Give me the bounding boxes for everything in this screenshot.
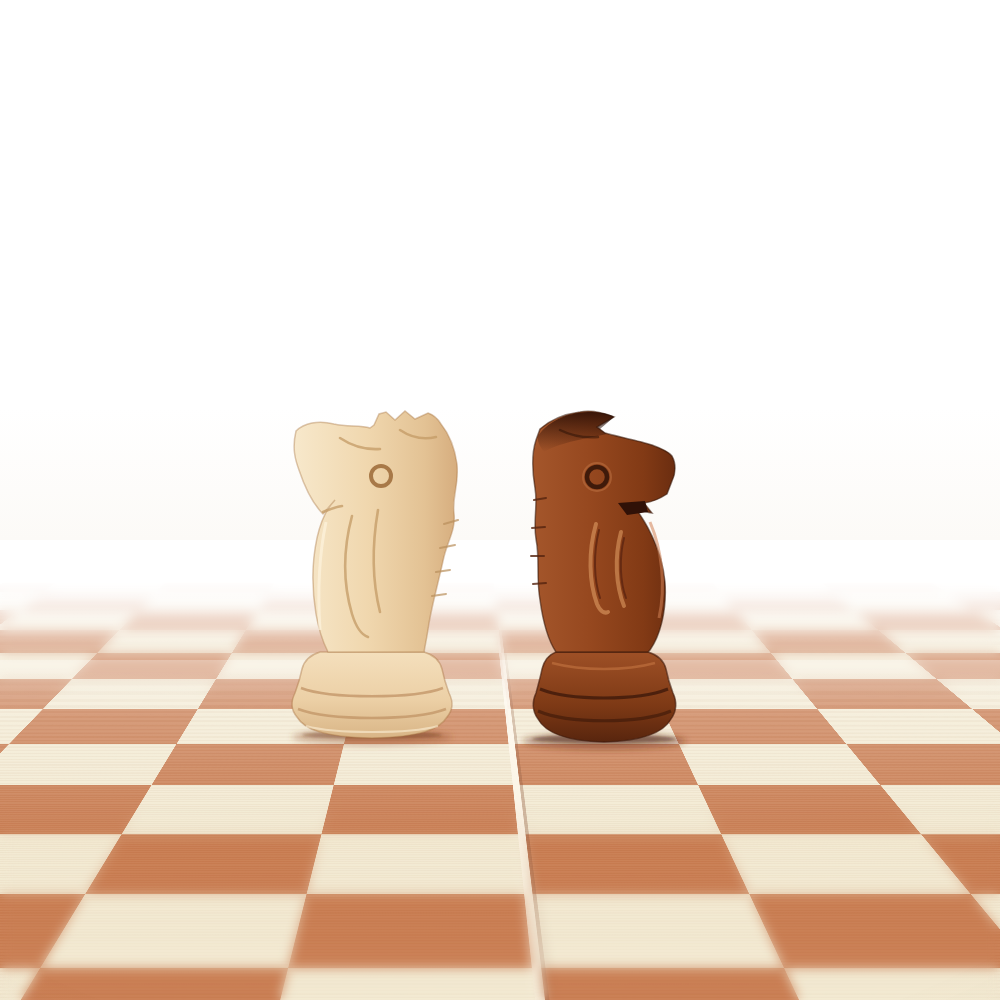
pieces-layer <box>0 0 1000 1000</box>
white-knight-piece[interactable] <box>292 411 458 738</box>
photo-scene <box>0 0 1000 1000</box>
black-knight-piece[interactable] <box>531 411 676 742</box>
